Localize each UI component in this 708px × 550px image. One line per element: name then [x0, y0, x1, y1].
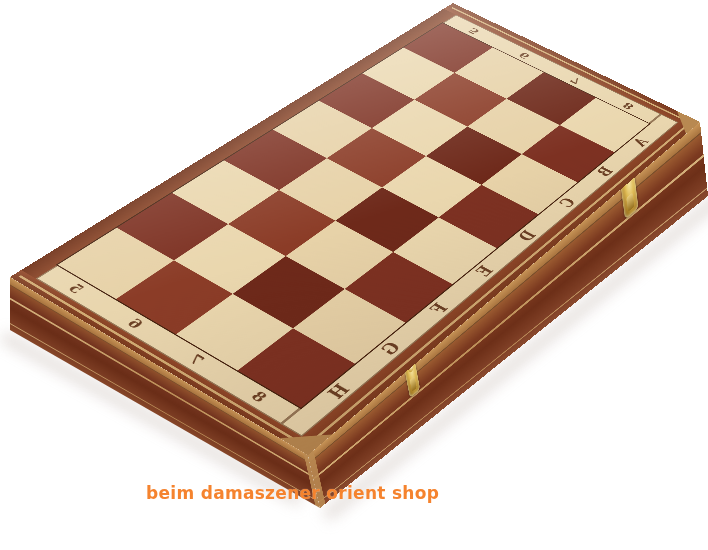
coordinate-label-8: 8 — [621, 101, 636, 111]
coordinate-label-a: A — [630, 136, 650, 148]
coordinate-label-6: 6 — [124, 317, 146, 331]
shop-watermark-text: beim damaszener orient shop — [146, 483, 439, 503]
coordinate-label-7: 7 — [185, 353, 207, 368]
coordinate-label-8: 8 — [248, 389, 270, 404]
coordinate-label-7: 7 — [568, 76, 583, 85]
coordinate-label-6: 6 — [517, 51, 532, 60]
coordinate-label-5: 5 — [466, 27, 481, 36]
chess-box-product-photo: 5678 5678 ABCDEFGH beim damaszener orien… — [0, 0, 708, 550]
coordinate-label-5: 5 — [65, 282, 87, 296]
